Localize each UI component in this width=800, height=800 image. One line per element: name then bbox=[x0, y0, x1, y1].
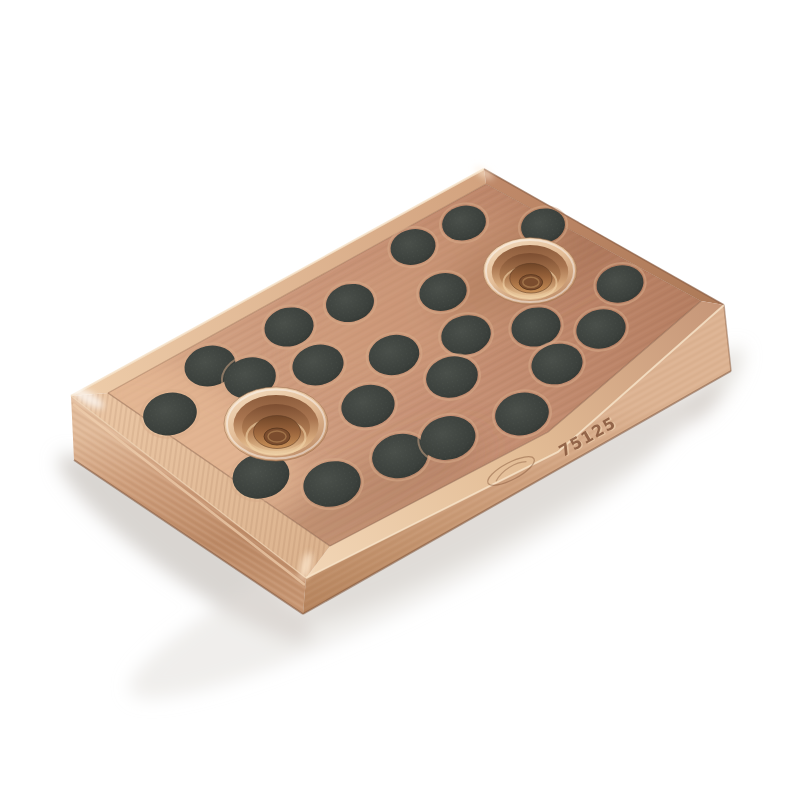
product-photo: 75125 75125 bbox=[0, 0, 800, 800]
wear-plate-illustration: 75125 75125 bbox=[0, 0, 800, 800]
counterbore-hole bbox=[224, 387, 328, 461]
counterbore-hole bbox=[483, 238, 577, 305]
